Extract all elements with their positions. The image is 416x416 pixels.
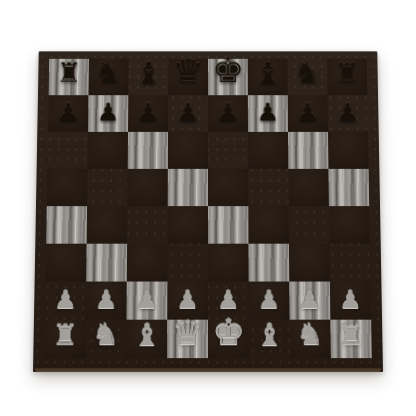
square-d3 <box>167 244 208 282</box>
piece-white-p-d2: ♟ <box>167 280 208 318</box>
square-h1: ♜ <box>330 320 371 358</box>
square-g4 <box>289 206 330 244</box>
piece-black-p-d7: ♟ <box>168 93 208 130</box>
square-h5 <box>328 169 369 206</box>
square-e1: ♚ <box>208 320 249 358</box>
square-b6 <box>88 132 128 169</box>
piece-white-b-c1: ♝ <box>126 315 167 353</box>
square-f5 <box>248 169 288 206</box>
piece-black-b-f8: ♝ <box>248 54 288 90</box>
piece-black-p-e7: ♟ <box>208 93 248 130</box>
square-c5 <box>127 169 167 206</box>
square-f2: ♟ <box>249 282 290 320</box>
piece-white-p-e2: ♟ <box>208 280 249 318</box>
square-c6 <box>128 132 168 169</box>
piece-black-p-b7: ♟ <box>88 93 128 130</box>
square-d1: ♛ <box>167 320 208 358</box>
square-a8: ♜ <box>49 59 89 95</box>
piece-black-p-c7: ♟ <box>128 93 168 130</box>
square-c4 <box>127 206 168 244</box>
square-c2: ♟ <box>126 282 167 320</box>
product-photo-scene: ♜♞♝♛♚♝♞♜♟♟♟♟♟♟♟♟♟♟♟♟♟♟♟♟♜♞♝♛♚♝♞♜ <box>0 0 416 416</box>
square-d2: ♟ <box>167 282 208 320</box>
square-b7: ♟ <box>88 95 128 132</box>
square-e6 <box>208 132 248 169</box>
square-g2: ♟ <box>289 282 330 320</box>
square-h6 <box>328 132 369 169</box>
piece-black-n-g8: ♞ <box>287 54 327 90</box>
piece-black-b-c8: ♝ <box>128 54 168 90</box>
square-e8: ♚ <box>208 59 248 95</box>
square-b4 <box>87 206 128 244</box>
square-b1: ♞ <box>85 320 126 358</box>
square-b3 <box>86 244 127 282</box>
square-e3 <box>208 244 249 282</box>
square-f6 <box>248 132 288 169</box>
square-b8: ♞ <box>88 59 128 95</box>
piece-white-r-h1: ♜ <box>330 316 371 354</box>
square-d4 <box>168 206 208 244</box>
piece-white-q-d1: ♛ <box>167 314 208 352</box>
square-h8: ♜ <box>327 59 367 95</box>
square-a2: ♟ <box>45 282 86 320</box>
square-a6 <box>47 132 88 169</box>
square-b2: ♟ <box>86 282 127 320</box>
piece-white-p-a2: ♟ <box>45 280 86 318</box>
square-a4 <box>46 206 87 244</box>
piece-black-p-g7: ♟ <box>288 93 328 130</box>
chess-board: ♜♞♝♛♚♝♞♜♟♟♟♟♟♟♟♟♟♟♟♟♟♟♟♟♜♞♝♛♚♝♞♜ <box>33 51 383 372</box>
square-g1: ♞ <box>290 320 331 358</box>
piece-white-p-h2: ♟ <box>330 280 371 318</box>
square-d7: ♟ <box>168 95 208 132</box>
square-e2: ♟ <box>208 282 249 320</box>
piece-black-p-h7: ♟ <box>327 93 367 130</box>
square-c3 <box>127 244 168 282</box>
square-e4 <box>208 206 248 244</box>
square-a5 <box>47 169 88 206</box>
piece-black-q-d8: ♛ <box>168 53 208 89</box>
square-f3 <box>248 244 289 282</box>
square-c8: ♝ <box>128 59 168 95</box>
square-c1: ♝ <box>126 320 167 358</box>
piece-white-r-a1: ♜ <box>44 316 85 354</box>
piece-white-p-f2: ♟ <box>249 280 290 318</box>
square-h2: ♟ <box>330 282 371 320</box>
square-f1: ♝ <box>249 320 290 358</box>
square-f7: ♟ <box>248 95 288 132</box>
square-a1: ♜ <box>44 320 85 358</box>
square-g8: ♞ <box>287 59 327 95</box>
piece-black-p-a7: ♟ <box>48 93 88 130</box>
square-b5 <box>87 169 128 206</box>
piece-white-n-g1: ♞ <box>290 315 331 353</box>
square-d6 <box>168 132 208 169</box>
square-a3 <box>46 244 87 282</box>
board-perspective-wrapper: ♜♞♝♛♚♝♞♜♟♟♟♟♟♟♟♟♟♟♟♟♟♟♟♟♜♞♝♛♚♝♞♜ <box>33 51 383 372</box>
square-g6 <box>288 132 328 169</box>
square-h4 <box>329 206 370 244</box>
square-d5 <box>168 169 208 206</box>
piece-white-b-f1: ♝ <box>249 315 290 353</box>
square-f8: ♝ <box>248 59 288 95</box>
piece-black-r-a8: ♜ <box>49 55 89 91</box>
square-a7: ♟ <box>48 95 88 132</box>
square-g7: ♟ <box>288 95 328 132</box>
piece-white-p-g2: ♟ <box>289 280 330 318</box>
square-d8: ♛ <box>168 59 208 95</box>
square-e7: ♟ <box>208 95 248 132</box>
piece-black-r-h8: ♜ <box>327 55 367 91</box>
piece-white-n-b1: ♞ <box>85 315 126 353</box>
piece-white-p-c2: ♟ <box>126 280 167 318</box>
square-f4 <box>248 206 289 244</box>
square-e5 <box>208 169 248 206</box>
board-grid: ♜♞♝♛♚♝♞♜♟♟♟♟♟♟♟♟♟♟♟♟♟♟♟♟♜♞♝♛♚♝♞♜ <box>44 59 372 358</box>
board-bottom-edge <box>35 368 381 372</box>
square-g5 <box>288 169 329 206</box>
square-c7: ♟ <box>128 95 168 132</box>
piece-black-n-b8: ♞ <box>89 54 129 90</box>
square-h3 <box>329 244 370 282</box>
square-h7: ♟ <box>328 95 368 132</box>
piece-white-p-b2: ♟ <box>86 280 127 318</box>
square-g3 <box>289 244 330 282</box>
piece-black-p-f7: ♟ <box>248 93 288 130</box>
piece-black-k-e8: ♚ <box>208 52 248 88</box>
